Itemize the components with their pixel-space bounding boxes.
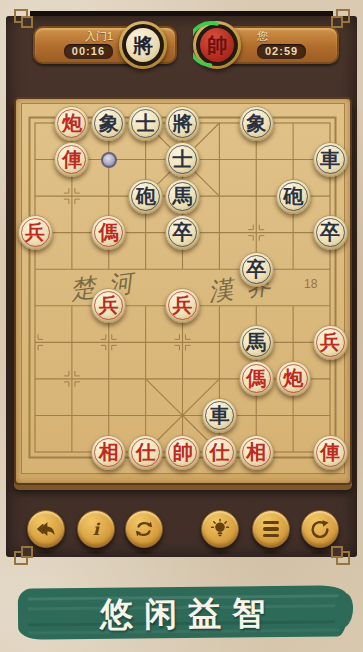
corner-ornament-icon [14,546,33,565]
back-button[interactable] [27,510,65,548]
piece-character: 兵 [320,332,340,352]
xiangqi-app-screen: 入门1 00:16 將 您 02:59 帥 楚河 漢界 18 炮象士將象俥士車砲… [0,0,363,652]
piece-character: 炮 [62,113,82,133]
piece-red-soldier[interactable]: 兵 [18,215,53,250]
info-button[interactable]: i [77,510,115,548]
self-name: 您 [257,31,268,42]
piece-character: 帥 [173,442,193,462]
piece-character: 士 [136,113,156,133]
piece-black-horse[interactable]: 馬 [165,179,200,214]
piece-red-elephant[interactable]: 相 [91,435,126,470]
piece-black-soldier[interactable]: 卒 [313,215,348,250]
bottom-banner: 悠闲益智 [18,585,348,639]
piece-red-advisor[interactable]: 仕 [128,435,163,470]
piece-black-chariot[interactable]: 車 [313,142,348,177]
piece-character: 相 [246,442,266,462]
restart-arrow-icon [309,518,331,540]
menu-bars-icon [263,521,279,537]
hint-button[interactable] [201,510,239,548]
info-icon: i [85,518,107,540]
self-piece-badge: 帥 [193,21,241,69]
piece-red-horse[interactable]: 傌 [239,361,274,396]
piece-character: 將 [173,113,193,133]
self-timer: 02:59 [257,44,306,59]
piece-character: 象 [246,113,266,133]
flip-button[interactable] [125,510,163,548]
piece-character: 馬 [246,332,266,352]
piece-character: 仕 [136,442,156,462]
piece-character: 俥 [320,442,340,462]
last-move-marker [101,152,117,168]
menu-button[interactable] [252,510,290,548]
piece-character: 炮 [283,368,303,388]
back-arrow-icon [35,518,57,540]
xiangqi-board[interactable]: 楚河 漢界 18 炮象士將象俥士車砲馬砲兵傌卒卒卒兵兵馬兵傌炮車相仕帥仕相俥 [14,97,352,485]
piece-red-cannon[interactable]: 炮 [54,106,89,141]
piece-black-cannon[interactable]: 砲 [128,179,163,214]
piece-character: 相 [99,442,119,462]
piece-character: 仕 [209,442,229,462]
piece-red-general[interactable]: 帥 [165,435,200,470]
piece-character: 砲 [283,186,303,206]
piece-black-chariot[interactable]: 車 [202,398,237,433]
opponent-piece-badge: 將 [119,21,167,69]
corner-ornament-icon [331,9,350,28]
piece-character: 卒 [320,222,340,242]
piece-black-cannon[interactable]: 砲 [276,179,311,214]
svg-text:i: i [93,520,101,539]
piece-character: 兵 [25,222,45,242]
piece-character: 馬 [173,186,193,206]
black-general-badge-icon: 將 [126,28,160,62]
turn-timer-ring-icon [193,21,241,69]
move-count: 18 [304,277,317,291]
corner-ornament-icon [331,546,350,565]
cycle-arrows-icon [133,518,155,540]
piece-black-elephant[interactable]: 象 [91,106,126,141]
piece-character: 兵 [173,295,193,315]
piece-black-advisor[interactable]: 士 [165,142,200,177]
piece-black-horse[interactable]: 馬 [239,325,274,360]
piece-black-soldier[interactable]: 卒 [165,215,200,250]
piece-character: 士 [173,149,193,169]
opponent-name: 入门1 [85,31,113,42]
piece-character: 卒 [173,222,193,242]
piece-character: 傌 [246,368,266,388]
piece-character: 車 [320,149,340,169]
lightbulb-icon [209,518,231,540]
piece-black-advisor[interactable]: 士 [128,106,163,141]
piece-red-elephant[interactable]: 相 [239,435,274,470]
piece-character: 象 [99,113,119,133]
piece-red-chariot[interactable]: 俥 [313,435,348,470]
piece-red-cannon[interactable]: 炮 [276,361,311,396]
piece-black-elephant[interactable]: 象 [239,106,274,141]
corner-ornament-icon [14,9,33,28]
piece-character: 傌 [99,222,119,242]
piece-red-soldier[interactable]: 兵 [313,325,348,360]
piece-black-soldier[interactable]: 卒 [239,252,274,287]
piece-character: 砲 [136,186,156,206]
piece-red-advisor[interactable]: 仕 [202,435,237,470]
restart-button[interactable] [301,510,339,548]
piece-character: 車 [209,405,229,425]
banner-text: 悠闲益智 [18,590,347,638]
piece-character: 卒 [246,259,266,279]
piece-character: 兵 [99,295,119,315]
piece-black-general[interactable]: 將 [165,106,200,141]
piece-character: 俥 [62,149,82,169]
opponent-timer: 00:16 [64,44,113,59]
